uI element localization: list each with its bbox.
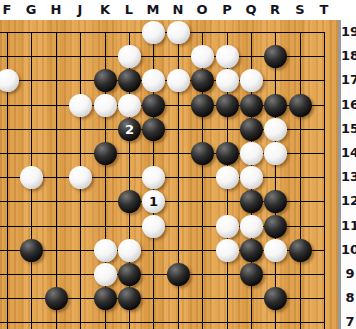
column-label: H <box>46 1 66 19</box>
black-stone[interactable] <box>264 94 287 117</box>
white-stone[interactable] <box>142 69 165 92</box>
row-label: 9 <box>341 265 356 283</box>
black-stone[interactable] <box>118 190 141 213</box>
black-stone[interactable] <box>118 287 141 310</box>
column-label: G <box>21 1 41 19</box>
black-stone[interactable] <box>45 287 68 310</box>
white-stone[interactable] <box>191 45 214 68</box>
column-label: T <box>314 1 334 19</box>
black-stone[interactable] <box>289 239 312 262</box>
row-label: 12 <box>341 192 356 210</box>
white-stone[interactable] <box>118 94 141 117</box>
column-label: J <box>70 1 90 19</box>
black-stone[interactable] <box>240 94 263 117</box>
goban[interactable]: 21 <box>0 20 338 329</box>
black-stone[interactable] <box>264 287 287 310</box>
black-stone[interactable] <box>191 94 214 117</box>
grid-line-vertical <box>300 32 301 329</box>
black-stone[interactable] <box>240 263 263 286</box>
column-label: O <box>192 1 212 19</box>
white-stone[interactable] <box>69 94 92 117</box>
black-stone[interactable] <box>118 69 141 92</box>
black-stone[interactable] <box>94 287 117 310</box>
white-stone[interactable] <box>69 166 92 189</box>
white-stone[interactable] <box>240 69 263 92</box>
white-stone[interactable] <box>94 239 117 262</box>
white-stone[interactable] <box>216 45 239 68</box>
white-stone[interactable] <box>264 118 287 141</box>
black-stone[interactable] <box>240 118 263 141</box>
white-stone[interactable] <box>94 94 117 117</box>
column-coordinate-strip: FGHJKLMNOPQRST <box>0 0 356 20</box>
black-stone[interactable] <box>142 118 165 141</box>
column-label: K <box>95 1 115 19</box>
row-label: 10 <box>341 241 356 259</box>
black-stone[interactable] <box>216 94 239 117</box>
black-stone[interactable]: 2 <box>118 118 141 141</box>
column-label: L <box>119 1 139 19</box>
row-label: 15 <box>341 120 356 138</box>
white-stone[interactable] <box>142 166 165 189</box>
white-stone[interactable] <box>20 166 43 189</box>
white-stone[interactable] <box>240 215 263 238</box>
black-stone[interactable] <box>94 69 117 92</box>
grid-line-vertical <box>324 32 325 329</box>
black-stone[interactable] <box>167 263 190 286</box>
white-stone[interactable] <box>118 45 141 68</box>
white-stone[interactable] <box>118 239 141 262</box>
row-label: 16 <box>341 96 356 114</box>
grid-line-vertical <box>275 32 276 329</box>
row-label: 14 <box>341 144 356 162</box>
black-stone[interactable] <box>240 190 263 213</box>
row-label: 7 <box>341 313 356 329</box>
column-label: M <box>143 1 163 19</box>
white-stone[interactable] <box>167 69 190 92</box>
white-stone[interactable] <box>216 69 239 92</box>
column-label: R <box>265 1 285 19</box>
move-number-label: 1 <box>142 190 165 213</box>
row-label: 19 <box>341 23 356 41</box>
white-stone[interactable] <box>94 263 117 286</box>
row-label: 17 <box>341 71 356 89</box>
black-stone[interactable] <box>118 263 141 286</box>
column-label: S <box>290 1 310 19</box>
move-number-label: 2 <box>118 118 141 141</box>
column-label: Q <box>241 1 261 19</box>
black-stone[interactable] <box>216 142 239 165</box>
white-stone[interactable]: 1 <box>142 190 165 213</box>
row-label: 13 <box>341 168 356 186</box>
white-stone[interactable] <box>216 239 239 262</box>
go-app-screen: 21 FGHJKLMNOPQRST 1918171615141312111098… <box>0 0 356 329</box>
white-stone[interactable] <box>142 21 165 44</box>
white-stone[interactable] <box>240 142 263 165</box>
row-label: 8 <box>341 289 356 307</box>
white-stone[interactable] <box>264 142 287 165</box>
black-stone[interactable] <box>191 142 214 165</box>
white-stone[interactable] <box>216 166 239 189</box>
black-stone[interactable] <box>20 239 43 262</box>
grid-line-vertical <box>56 32 57 329</box>
row-label: 11 <box>341 217 356 235</box>
column-label: P <box>217 1 237 19</box>
black-stone[interactable] <box>142 94 165 117</box>
black-stone[interactable] <box>264 45 287 68</box>
column-label: N <box>168 1 188 19</box>
row-coordinate-strip: 19181716151413121110987 <box>338 20 356 329</box>
row-label: 18 <box>341 47 356 65</box>
white-stone[interactable] <box>142 215 165 238</box>
column-label: F <box>0 1 17 19</box>
black-stone[interactable] <box>264 190 287 213</box>
white-stone[interactable] <box>0 69 19 92</box>
black-stone[interactable] <box>94 142 117 165</box>
black-stone[interactable] <box>240 239 263 262</box>
white-stone[interactable] <box>167 21 190 44</box>
black-stone[interactable] <box>191 69 214 92</box>
white-stone[interactable] <box>216 215 239 238</box>
white-stone[interactable] <box>240 166 263 189</box>
white-stone[interactable] <box>264 239 287 262</box>
grid-line-horizontal <box>0 322 325 323</box>
black-stone[interactable] <box>264 215 287 238</box>
grid-line-horizontal <box>0 274 325 275</box>
black-stone[interactable] <box>289 94 312 117</box>
